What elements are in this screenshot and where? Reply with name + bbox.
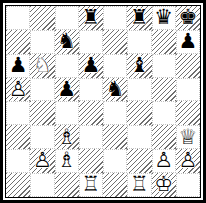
square-a1[interactable] [6, 173, 30, 197]
square-b7[interactable] [30, 30, 54, 54]
square-e2[interactable] [103, 149, 127, 173]
square-f7[interactable] [127, 30, 151, 54]
piece-fill: ♟ [176, 149, 200, 173]
piece-white-pawn-icon: ♙ [153, 150, 175, 172]
square-c5[interactable]: ♟ [55, 78, 79, 102]
square-e5[interactable]: ♞ [103, 78, 127, 102]
square-f8[interactable]: ♜ [127, 6, 151, 30]
piece-white-king-icon: ♔ [152, 173, 176, 197]
square-c3[interactable]: ♝♗ [55, 125, 79, 149]
piece-black-knight-icon: ♞ [55, 30, 79, 54]
piece-white-bishop-icon: ♗ [56, 150, 78, 172]
piece-fill: ♜ [128, 174, 150, 196]
square-a7[interactable] [6, 30, 30, 54]
square-d6[interactable]: ♟ [79, 54, 103, 78]
square-a5[interactable]: ♟♙ [6, 78, 30, 102]
piece-black-bishop-icon: ♝ [127, 54, 151, 78]
piece-black-pawn-icon: ♟ [55, 78, 79, 102]
square-b8[interactable] [30, 6, 54, 30]
square-b6[interactable]: ♞♘ [30, 54, 54, 78]
square-e6[interactable] [103, 54, 127, 78]
piece-black-pawn-icon: ♟ [7, 55, 29, 77]
square-e3[interactable] [103, 125, 127, 149]
piece-fill: ♞ [30, 54, 54, 78]
square-g8[interactable]: ♛ [152, 6, 176, 30]
square-g3[interactable] [152, 125, 176, 149]
piece-black-pawn-icon: ♟ [177, 31, 199, 53]
square-a8[interactable] [6, 6, 30, 30]
square-f5[interactable] [127, 78, 151, 102]
piece-black-queen-icon: ♛ [153, 7, 175, 29]
square-e7[interactable] [103, 30, 127, 54]
piece-black-rook-icon: ♜ [127, 6, 151, 30]
square-g6[interactable] [152, 54, 176, 78]
piece-white-queen-icon: ♕ [177, 126, 199, 148]
square-g2[interactable]: ♟♙ [152, 149, 176, 173]
square-h3[interactable]: ♛♕ [176, 125, 200, 149]
piece-fill: ♟ [30, 149, 54, 173]
square-d3[interactable] [79, 125, 103, 149]
square-f3[interactable] [127, 125, 151, 149]
square-c4[interactable] [55, 101, 79, 125]
piece-fill: ♜ [80, 174, 102, 196]
square-b4[interactable] [30, 101, 54, 125]
piece-black-rook-icon: ♜ [79, 6, 103, 30]
piece-black-knight-icon: ♞ [103, 78, 127, 102]
square-b3[interactable] [30, 125, 54, 149]
square-d2[interactable] [79, 149, 103, 173]
square-e4[interactable] [103, 101, 127, 125]
square-f1[interactable]: ♜♖ [127, 173, 151, 197]
square-e1[interactable] [103, 173, 127, 197]
square-h7[interactable]: ♟ [176, 30, 200, 54]
chess-board-frame: ♜♜♛♚♞♟♟♞♘♟♝♟♙♟♞♝♗♛♕♟♙♝♗♟♙♟♙♜♖♜♖♚♔ [0, 0, 206, 203]
piece-fill: ♛ [177, 126, 199, 148]
square-c2[interactable]: ♝♗ [55, 149, 79, 173]
piece-fill: ♟ [153, 150, 175, 172]
square-f6[interactable]: ♝ [127, 54, 151, 78]
piece-fill: ♚ [152, 173, 176, 197]
piece-white-knight-icon: ♘ [30, 54, 54, 78]
piece-fill: ♝ [56, 150, 78, 172]
square-a6[interactable]: ♟ [6, 54, 30, 78]
square-c7[interactable]: ♞ [55, 30, 79, 54]
square-c8[interactable] [55, 6, 79, 30]
square-g4[interactable] [152, 101, 176, 125]
square-d4[interactable] [79, 101, 103, 125]
square-g1[interactable]: ♚♔ [152, 173, 176, 197]
piece-white-rook-icon: ♖ [128, 174, 150, 196]
square-g7[interactable] [152, 30, 176, 54]
square-c1[interactable] [55, 173, 79, 197]
square-b5[interactable] [30, 78, 54, 102]
square-f2[interactable] [127, 149, 151, 173]
square-h4[interactable] [176, 101, 200, 125]
square-h2[interactable]: ♟♙ [176, 149, 200, 173]
piece-white-rook-icon: ♖ [80, 174, 102, 196]
square-c6[interactable] [55, 54, 79, 78]
piece-white-pawn-icon: ♙ [30, 149, 54, 173]
square-h6[interactable] [176, 54, 200, 78]
square-a3[interactable] [6, 125, 30, 149]
square-h1[interactable] [176, 173, 200, 197]
piece-black-king-icon: ♚ [176, 6, 200, 30]
square-h5[interactable] [176, 78, 200, 102]
square-b2[interactable]: ♟♙ [30, 149, 54, 173]
square-a2[interactable] [6, 149, 30, 173]
piece-white-pawn-icon: ♙ [6, 78, 30, 102]
square-e8[interactable] [103, 6, 127, 30]
square-d8[interactable]: ♜ [79, 6, 103, 30]
chess-board: ♜♜♛♚♞♟♟♞♘♟♝♟♙♟♞♝♗♛♕♟♙♝♗♟♙♟♙♜♖♜♖♚♔ [5, 5, 201, 198]
square-d1[interactable]: ♜♖ [79, 173, 103, 197]
square-g5[interactable] [152, 78, 176, 102]
piece-white-bishop-icon: ♗ [55, 125, 79, 149]
square-d5[interactable] [79, 78, 103, 102]
square-d7[interactable] [79, 30, 103, 54]
piece-fill: ♝ [55, 125, 79, 149]
square-h8[interactable]: ♚ [176, 6, 200, 30]
square-b1[interactable] [30, 173, 54, 197]
piece-white-pawn-icon: ♙ [176, 149, 200, 173]
square-a4[interactable] [6, 101, 30, 125]
piece-black-pawn-icon: ♟ [79, 54, 103, 78]
piece-fill: ♟ [6, 78, 30, 102]
square-f4[interactable] [127, 101, 151, 125]
